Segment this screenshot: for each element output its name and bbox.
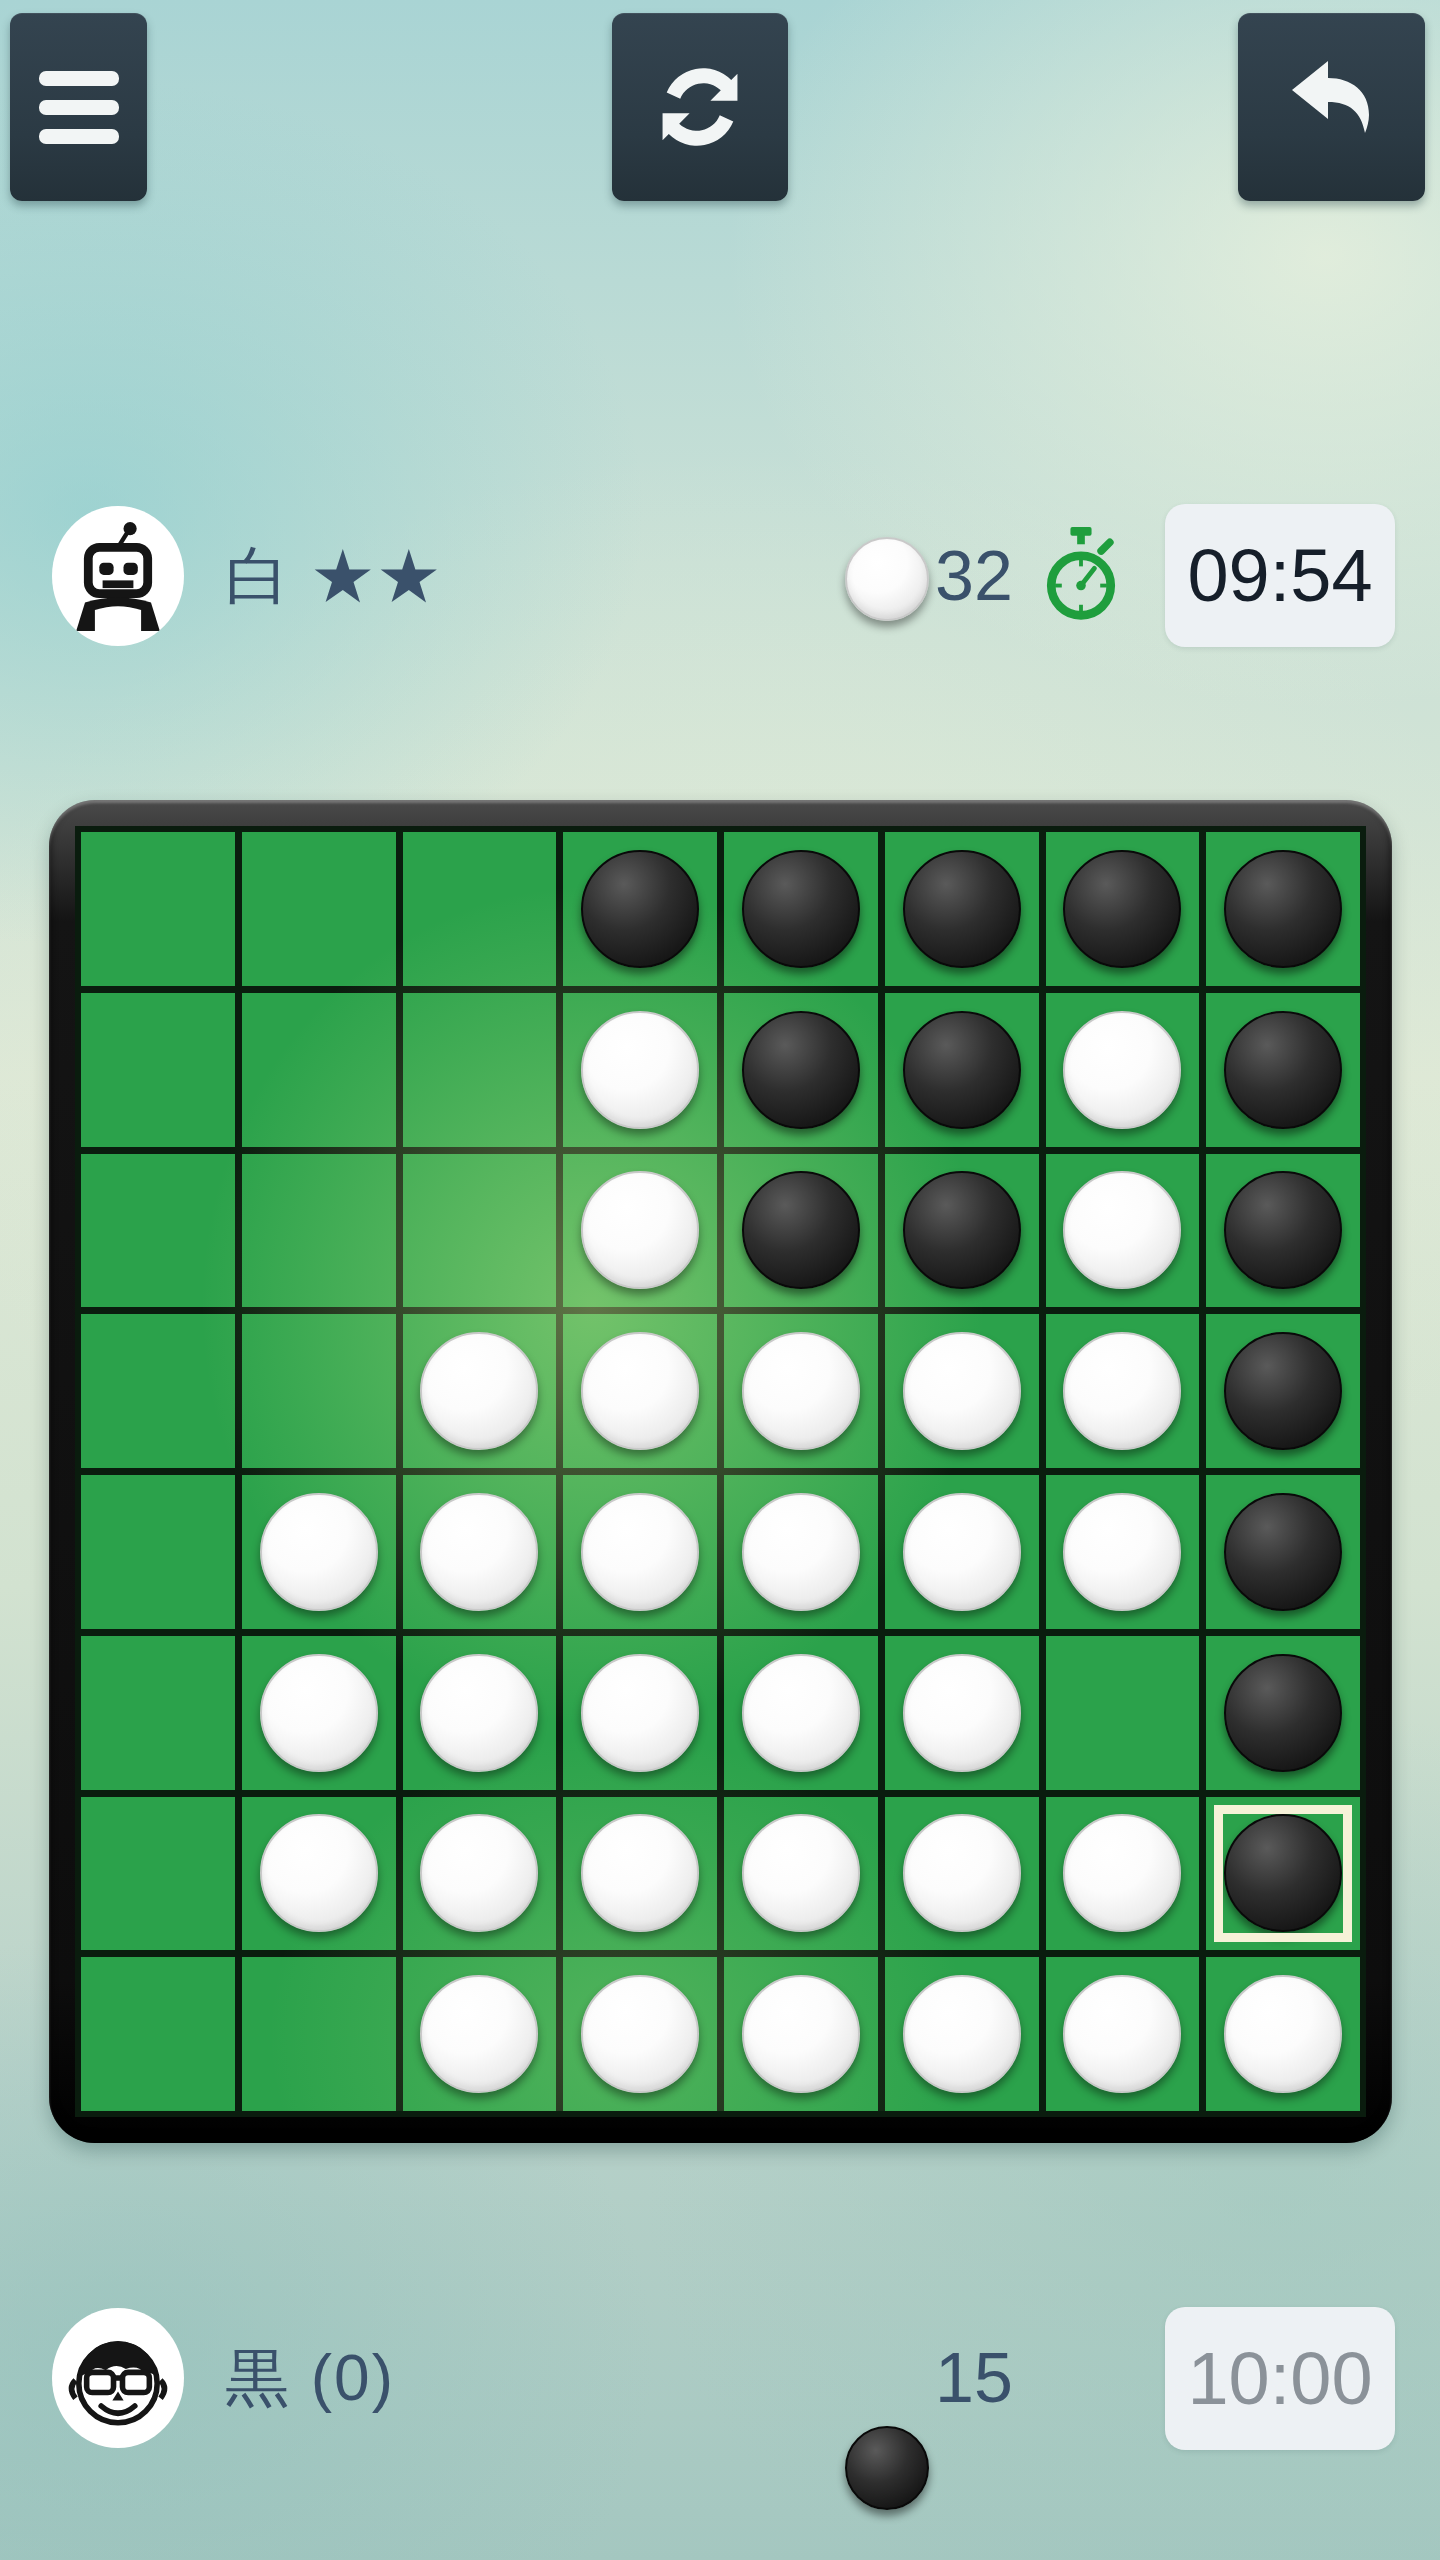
black-disc: [742, 1171, 860, 1289]
board-cell-a2[interactable]: [81, 993, 235, 1147]
white-disc: [420, 1975, 538, 2093]
board-cell-e1[interactable]: [724, 832, 878, 986]
board-cell-c6[interactable]: [403, 1636, 557, 1790]
board-cell-g8[interactable]: [1046, 1957, 1200, 2111]
white-disc: [420, 1654, 538, 1772]
board-cell-e7[interactable]: [724, 1797, 878, 1951]
white-disc: [420, 1332, 538, 1450]
white-disc: [903, 1975, 1021, 2093]
white-disc: [1063, 1332, 1181, 1450]
board-cell-g2[interactable]: [1046, 993, 1200, 1147]
board-cell-f2[interactable]: [885, 993, 1039, 1147]
board-cell-a7[interactable]: [81, 1797, 235, 1951]
board-cell-a3[interactable]: [81, 1154, 235, 1308]
board-cell-f6[interactable]: [885, 1636, 1039, 1790]
white-disc: [581, 1011, 699, 1129]
board-cell-f1[interactable]: [885, 832, 1039, 986]
board-grid: [75, 826, 1366, 2117]
board-cell-g3[interactable]: [1046, 1154, 1200, 1308]
board-cell-b7[interactable]: [242, 1797, 396, 1951]
board-cell-d3[interactable]: [563, 1154, 717, 1308]
board-cell-e4[interactable]: [724, 1314, 878, 1468]
white-disc: [1063, 1011, 1181, 1129]
board-cell-a5[interactable]: [81, 1475, 235, 1629]
board-cell-g1[interactable]: [1046, 832, 1200, 986]
undo-arrow-icon: [1277, 57, 1387, 157]
black-disc: [742, 850, 860, 968]
board-cell-d1[interactable]: [563, 832, 717, 986]
white-disc: [581, 1493, 699, 1611]
board-cell-d7[interactable]: [563, 1797, 717, 1951]
black-player-name: 黒 (0): [225, 2308, 395, 2448]
board-cell-e5[interactable]: [724, 1475, 878, 1629]
white-disc: [903, 1332, 1021, 1450]
white-player-name: 白 ★★: [225, 506, 443, 646]
white-disc-count: 32: [935, 506, 1013, 646]
board-cell-h3[interactable]: [1206, 1154, 1360, 1308]
white-disc: [581, 1814, 699, 1932]
white-disc: [581, 1654, 699, 1772]
white-disc: [742, 1975, 860, 2093]
white-disc: [1063, 1171, 1181, 1289]
menu-button[interactable]: [10, 13, 147, 201]
white-disc: [742, 1332, 860, 1450]
board-cell-b5[interactable]: [242, 1475, 396, 1629]
board-cell-f7[interactable]: [885, 1797, 1039, 1951]
board-cell-g5[interactable]: [1046, 1475, 1200, 1629]
board-cell-f8[interactable]: [885, 1957, 1039, 2111]
black-disc: [903, 1011, 1021, 1129]
black-disc: [1224, 850, 1342, 968]
board-cell-g6[interactable]: [1046, 1636, 1200, 1790]
board-cell-c2[interactable]: [403, 993, 557, 1147]
white-disc: [742, 1654, 860, 1772]
board-cell-b6[interactable]: [242, 1636, 396, 1790]
black-disc: [1224, 1493, 1342, 1611]
stopwatch-icon: [1046, 527, 1116, 623]
refresh-sync-icon: [648, 55, 752, 159]
board-cell-c1[interactable]: [403, 832, 557, 986]
board-cell-b4[interactable]: [242, 1314, 396, 1468]
board-cell-c3[interactable]: [403, 1154, 557, 1308]
white-player-avatar: [52, 506, 184, 646]
black-disc: [1224, 1332, 1342, 1450]
black-disc-icon: [845, 2426, 929, 2510]
white-disc: [903, 1654, 1021, 1772]
black-disc: [1224, 1171, 1342, 1289]
board-cell-g7[interactable]: [1046, 1797, 1200, 1951]
board-cell-b8[interactable]: [242, 1957, 396, 2111]
black-disc: [1063, 850, 1181, 968]
undo-button[interactable]: [1238, 13, 1425, 201]
board-cell-c4[interactable]: [403, 1314, 557, 1468]
board-cell-d2[interactable]: [563, 993, 717, 1147]
robot-avatar-icon: [63, 517, 173, 635]
board-cell-e2[interactable]: [724, 993, 878, 1147]
board-cell-d6[interactable]: [563, 1636, 717, 1790]
board-cell-h1[interactable]: [1206, 832, 1360, 986]
white-disc: [581, 1975, 699, 2093]
board-cell-h2[interactable]: [1206, 993, 1360, 1147]
white-disc: [1063, 1975, 1181, 2093]
othello-board: [49, 800, 1392, 2143]
white-disc: [260, 1654, 378, 1772]
board-cell-e3[interactable]: [724, 1154, 878, 1308]
othello-game-screen: 白 ★★ 32 09:54 黒 (0) 15 10:00: [0, 0, 1440, 2560]
white-disc: [903, 1814, 1021, 1932]
white-disc: [1063, 1814, 1181, 1932]
black-disc: [1224, 1011, 1342, 1129]
hamburger-menu-icon: [39, 71, 119, 144]
white-disc: [1063, 1493, 1181, 1611]
board-cell-h6[interactable]: [1206, 1636, 1360, 1790]
board-cell-f3[interactable]: [885, 1154, 1039, 1308]
board-cell-a4[interactable]: [81, 1314, 235, 1468]
board-cell-d4[interactable]: [563, 1314, 717, 1468]
black-player-avatar: [52, 2308, 184, 2448]
white-disc: [581, 1332, 699, 1450]
white-disc: [581, 1171, 699, 1289]
board-cell-b3[interactable]: [242, 1154, 396, 1308]
board-cell-h7-last-move-highlight[interactable]: [1206, 1797, 1360, 1951]
board-cell-h4[interactable]: [1206, 1314, 1360, 1468]
white-disc: [260, 1493, 378, 1611]
white-disc: [742, 1493, 860, 1611]
black-player-clock: 10:00: [1165, 2307, 1395, 2450]
white-player-clock: 09:54: [1165, 504, 1395, 647]
black-disc-count: 15: [935, 2308, 1013, 2448]
board-cell-f5[interactable]: [885, 1475, 1039, 1629]
board-cell-d5[interactable]: [563, 1475, 717, 1629]
board-cell-f4[interactable]: [885, 1314, 1039, 1468]
board-cell-a8[interactable]: [81, 1957, 235, 2111]
board-cell-a1[interactable]: [81, 832, 235, 986]
board-cell-b1[interactable]: [242, 832, 396, 986]
board-cell-d8[interactable]: [563, 1957, 717, 2111]
black-disc: [1224, 1654, 1342, 1772]
black-disc: [581, 850, 699, 968]
white-disc: [903, 1493, 1021, 1611]
white-disc: [742, 1814, 860, 1932]
board-cell-h5[interactable]: [1206, 1475, 1360, 1629]
black-disc: [742, 1011, 860, 1129]
black-disc: [1224, 1814, 1342, 1932]
board-cell-c8[interactable]: [403, 1957, 557, 2111]
board-cell-e8[interactable]: [724, 1957, 878, 2111]
board-cell-e6[interactable]: [724, 1636, 878, 1790]
board-cell-g4[interactable]: [1046, 1314, 1200, 1468]
board-cell-b2[interactable]: [242, 993, 396, 1147]
board-cell-a6[interactable]: [81, 1636, 235, 1790]
white-disc: [1224, 1975, 1342, 2093]
white-disc: [420, 1814, 538, 1932]
white-disc-icon: [845, 537, 929, 621]
black-disc: [903, 850, 1021, 968]
black-disc: [903, 1171, 1021, 1289]
white-disc: [420, 1493, 538, 1611]
board-cell-h8[interactable]: [1206, 1957, 1360, 2111]
human-avatar-icon: [62, 2319, 174, 2437]
white-disc: [260, 1814, 378, 1932]
board-cell-c7[interactable]: [403, 1797, 557, 1951]
board-cell-c5[interactable]: [403, 1475, 557, 1629]
refresh-button[interactable]: [612, 13, 788, 201]
